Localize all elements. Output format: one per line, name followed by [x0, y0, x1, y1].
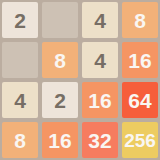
tile-4-r3c1: 4 [2, 82, 38, 118]
tile-8-r4c1: 8 [2, 122, 38, 158]
tile-16-r3c3: 16 [82, 82, 118, 118]
tile-4-r1c3: 4 [82, 2, 118, 38]
tile-4-r2c3: 4 [82, 42, 118, 78]
tile-16-r4c2: 16 [42, 122, 78, 158]
tile-256-r4c4: 256 [122, 122, 158, 158]
empty-cell-r1c2 [42, 2, 78, 38]
tile-64-r3c4: 64 [122, 82, 158, 118]
tile-2-r1c1: 2 [2, 2, 38, 38]
tile-8-r1c4: 8 [122, 2, 158, 38]
empty-cell-r2c1 [2, 42, 38, 78]
tile-2-r3c2: 2 [42, 82, 78, 118]
tile-32-r4c3: 32 [82, 122, 118, 158]
tile-8-r2c2: 8 [42, 42, 78, 78]
2048-board[interactable]: 248841642166481632256 [0, 0, 160, 160]
tile-16-r2c4: 16 [122, 42, 158, 78]
